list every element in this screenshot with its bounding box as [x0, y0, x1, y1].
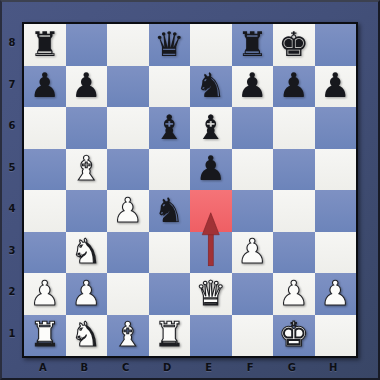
piece-white-bishop[interactable]: ♝ — [113, 317, 143, 351]
square-f1[interactable] — [232, 315, 274, 357]
square-f8[interactable]: ♜ — [232, 24, 274, 66]
square-g1[interactable]: ♚ — [273, 315, 315, 357]
square-h6[interactable] — [315, 107, 357, 149]
piece-white-king[interactable]: ♚ — [279, 317, 309, 351]
piece-white-pawn[interactable]: ♟ — [320, 276, 350, 310]
square-h4[interactable] — [315, 190, 357, 232]
square-d5[interactable] — [149, 149, 191, 191]
square-a1[interactable]: ♜ — [24, 315, 66, 357]
square-f5[interactable] — [232, 149, 274, 191]
piece-black-pawn[interactable]: ♟ — [279, 68, 309, 102]
square-a6[interactable] — [24, 107, 66, 149]
square-b5[interactable]: ♝ — [66, 149, 108, 191]
square-b6[interactable] — [66, 107, 108, 149]
file-label-g: G — [271, 358, 313, 376]
square-d8[interactable]: ♛ — [149, 24, 191, 66]
piece-black-pawn[interactable]: ♟ — [196, 151, 226, 185]
square-f4[interactable] — [232, 190, 274, 232]
file-labels: ABCDEFGH — [22, 358, 354, 376]
square-e7[interactable]: ♞ — [190, 66, 232, 108]
square-a7[interactable]: ♟ — [24, 66, 66, 108]
square-d1[interactable]: ♜ — [149, 315, 191, 357]
file-label-b: B — [64, 358, 106, 376]
square-b3[interactable]: ♞ — [66, 232, 108, 274]
square-d3[interactable] — [149, 232, 191, 274]
square-g2[interactable]: ♟ — [273, 273, 315, 315]
square-g6[interactable] — [273, 107, 315, 149]
square-h1[interactable] — [315, 315, 357, 357]
square-e5[interactable]: ♟ — [190, 149, 232, 191]
piece-black-pawn[interactable]: ♟ — [30, 68, 60, 102]
piece-white-pawn[interactable]: ♟ — [279, 276, 309, 310]
file-label-h: H — [313, 358, 355, 376]
square-b1[interactable]: ♞ — [66, 315, 108, 357]
rank-labels: 87654321 — [2, 22, 22, 354]
square-c5[interactable] — [107, 149, 149, 191]
square-b4[interactable] — [66, 190, 108, 232]
square-d2[interactable] — [149, 273, 191, 315]
chess-board-frame: 87654321 ABCDEFGH ♜♛♜♚♟♟♞♟♟♟♝♝♝♟♟♞♞♟♟♟♛♟… — [0, 0, 380, 380]
square-f7[interactable]: ♟ — [232, 66, 274, 108]
square-f2[interactable] — [232, 273, 274, 315]
piece-black-bishop[interactable]: ♝ — [196, 110, 226, 144]
piece-white-rook[interactable]: ♜ — [154, 317, 184, 351]
piece-black-knight[interactable]: ♞ — [196, 68, 226, 102]
piece-white-pawn[interactable]: ♟ — [30, 276, 60, 310]
square-b7[interactable]: ♟ — [66, 66, 108, 108]
rank-label-7: 7 — [2, 64, 22, 106]
square-h5[interactable] — [315, 149, 357, 191]
square-c4[interactable]: ♟ — [107, 190, 149, 232]
square-h3[interactable] — [315, 232, 357, 274]
piece-black-pawn[interactable]: ♟ — [320, 68, 350, 102]
piece-white-pawn[interactable]: ♟ — [71, 276, 101, 310]
square-e2[interactable]: ♛ — [190, 273, 232, 315]
square-c2[interactable] — [107, 273, 149, 315]
square-c1[interactable]: ♝ — [107, 315, 149, 357]
square-c3[interactable] — [107, 232, 149, 274]
square-a4[interactable] — [24, 190, 66, 232]
board-wrap: ♜♛♜♚♟♟♞♟♟♟♝♝♝♟♟♞♞♟♟♟♛♟♟♜♞♝♜♚ — [22, 22, 358, 358]
square-a3[interactable] — [24, 232, 66, 274]
rank-label-6: 6 — [2, 105, 22, 147]
piece-black-bishop[interactable]: ♝ — [154, 110, 184, 144]
piece-black-pawn[interactable]: ♟ — [237, 68, 267, 102]
square-f6[interactable] — [232, 107, 274, 149]
piece-white-queen[interactable]: ♛ — [196, 276, 226, 310]
piece-white-rook[interactable]: ♜ — [30, 317, 60, 351]
square-d6[interactable]: ♝ — [149, 107, 191, 149]
square-e4[interactable] — [190, 190, 232, 232]
square-g5[interactable] — [273, 149, 315, 191]
square-c6[interactable] — [107, 107, 149, 149]
rank-label-5: 5 — [2, 147, 22, 189]
piece-black-queen[interactable]: ♛ — [154, 27, 184, 61]
rank-label-4: 4 — [2, 188, 22, 230]
square-g4[interactable] — [273, 190, 315, 232]
file-label-f: F — [230, 358, 272, 376]
file-label-c: C — [105, 358, 147, 376]
square-b8[interactable] — [66, 24, 108, 66]
square-c8[interactable] — [107, 24, 149, 66]
square-d7[interactable] — [149, 66, 191, 108]
square-g3[interactable] — [273, 232, 315, 274]
piece-white-pawn[interactable]: ♟ — [237, 234, 267, 268]
piece-white-knight[interactable]: ♞ — [71, 317, 101, 351]
square-e6[interactable]: ♝ — [190, 107, 232, 149]
file-label-e: E — [188, 358, 230, 376]
piece-white-knight[interactable]: ♞ — [71, 234, 101, 268]
rank-label-2: 2 — [2, 271, 22, 313]
rank-label-8: 8 — [2, 22, 22, 64]
file-label-a: A — [22, 358, 64, 376]
square-g7[interactable]: ♟ — [273, 66, 315, 108]
square-a8[interactable]: ♜ — [24, 24, 66, 66]
square-b2[interactable]: ♟ — [66, 273, 108, 315]
square-a2[interactable]: ♟ — [24, 273, 66, 315]
piece-white-pawn[interactable]: ♟ — [113, 193, 143, 227]
chess-board: ♜♛♜♚♟♟♞♟♟♟♝♝♝♟♟♞♞♟♟♟♛♟♟♜♞♝♜♚ — [24, 24, 356, 356]
piece-white-bishop[interactable]: ♝ — [71, 151, 101, 185]
piece-black-rook[interactable]: ♜ — [237, 27, 267, 61]
square-a5[interactable] — [24, 149, 66, 191]
rank-label-1: 1 — [2, 313, 22, 355]
square-h8[interactable] — [315, 24, 357, 66]
square-e3[interactable] — [190, 232, 232, 274]
file-label-d: D — [147, 358, 189, 376]
square-h2[interactable]: ♟ — [315, 273, 357, 315]
piece-black-rook[interactable]: ♜ — [30, 27, 60, 61]
square-d4[interactable]: ♞ — [149, 190, 191, 232]
piece-black-knight[interactable]: ♞ — [154, 193, 184, 227]
square-g8[interactable]: ♚ — [273, 24, 315, 66]
rank-label-3: 3 — [2, 230, 22, 272]
piece-black-pawn[interactable]: ♟ — [71, 68, 101, 102]
square-f3[interactable]: ♟ — [232, 232, 274, 274]
square-h7[interactable]: ♟ — [315, 66, 357, 108]
piece-black-king[interactable]: ♚ — [279, 27, 309, 61]
square-e8[interactable] — [190, 24, 232, 66]
square-c7[interactable] — [107, 66, 149, 108]
square-e1[interactable] — [190, 315, 232, 357]
